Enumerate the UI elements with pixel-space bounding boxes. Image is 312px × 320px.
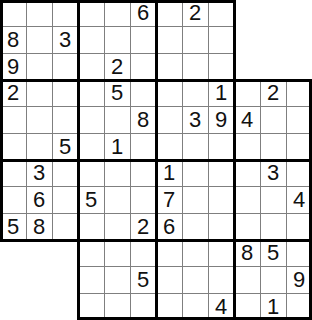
cell-r11c12[interactable]: 9 xyxy=(286,267,312,294)
cell-r9c3[interactable] xyxy=(52,213,78,240)
void-area xyxy=(234,27,260,54)
void-area xyxy=(52,240,78,267)
cell-r12c11[interactable]: 1 xyxy=(260,293,286,320)
cell-r10c5[interactable] xyxy=(104,240,130,267)
cell-r6c12[interactable] xyxy=(286,133,312,160)
cell-r2c4[interactable] xyxy=(78,27,104,54)
cell-r6c10[interactable] xyxy=(234,133,260,160)
void-area xyxy=(234,0,260,27)
cell-r7c9[interactable] xyxy=(208,160,234,187)
cell-r8c1[interactable] xyxy=(0,187,26,214)
cell-r10c9[interactable] xyxy=(208,240,234,267)
cell-r7c3[interactable] xyxy=(52,160,78,187)
cell-r1c9[interactable] xyxy=(208,0,234,27)
cell-r5c12[interactable] xyxy=(286,107,312,134)
cell-r1c2[interactable] xyxy=(26,0,52,27)
cell-r3c5[interactable]: 2 xyxy=(104,53,130,80)
cell-r10c8[interactable] xyxy=(182,240,208,267)
cell-r9c1[interactable]: 5 xyxy=(0,213,26,240)
void-area xyxy=(286,0,312,27)
cell-r5c4[interactable] xyxy=(78,107,104,134)
cell-r9c6[interactable]: 2 xyxy=(130,213,156,240)
cell-r12c12[interactable] xyxy=(286,293,312,320)
cell-r6c9[interactable] xyxy=(208,133,234,160)
cell-r11c4[interactable] xyxy=(78,267,104,294)
cell-r2c5[interactable] xyxy=(104,27,130,54)
cell-r2c6[interactable] xyxy=(130,27,156,54)
cell-r10c7[interactable] xyxy=(156,240,182,267)
cell-r8c9[interactable] xyxy=(208,187,234,214)
cell-r5c10[interactable]: 4 xyxy=(234,107,260,134)
void-area xyxy=(52,267,78,294)
cell-r12c6[interactable] xyxy=(130,293,156,320)
cell-r11c8[interactable] xyxy=(182,267,208,294)
cell-r9c4[interactable] xyxy=(78,213,104,240)
cell-r12c7[interactable] xyxy=(156,293,182,320)
cell-r1c7[interactable] xyxy=(156,0,182,27)
cell-r7c10[interactable] xyxy=(234,160,260,187)
cell-r4c1[interactable]: 2 xyxy=(0,80,26,107)
void-area xyxy=(26,240,52,267)
cell-r9c8[interactable] xyxy=(182,213,208,240)
cell-r10c4[interactable] xyxy=(78,240,104,267)
cell-r4c12[interactable] xyxy=(286,80,312,107)
cell-r12c4[interactable] xyxy=(78,293,104,320)
cell-r5c5[interactable] xyxy=(104,107,130,134)
cell-r7c5[interactable] xyxy=(104,160,130,187)
cell-r11c7[interactable] xyxy=(156,267,182,294)
cell-r6c6[interactable] xyxy=(130,133,156,160)
void-area xyxy=(0,240,26,267)
cell-grid: 628392251283945131365745826855941 xyxy=(0,0,312,320)
cell-r10c10[interactable]: 8 xyxy=(234,240,260,267)
cell-r3c6[interactable] xyxy=(130,53,156,80)
cell-r4c4[interactable] xyxy=(78,80,104,107)
void-area xyxy=(260,53,286,80)
cell-r6c11[interactable] xyxy=(260,133,286,160)
cell-r8c5[interactable] xyxy=(104,187,130,214)
cell-r3c9[interactable] xyxy=(208,53,234,80)
cell-r10c12[interactable] xyxy=(286,240,312,267)
cell-r12c5[interactable] xyxy=(104,293,130,320)
cell-r7c7[interactable]: 1 xyxy=(156,160,182,187)
void-area xyxy=(286,27,312,54)
void-area xyxy=(26,267,52,294)
cell-r9c7[interactable]: 6 xyxy=(156,213,182,240)
cell-r8c6[interactable] xyxy=(130,187,156,214)
cell-r11c5[interactable] xyxy=(104,267,130,294)
cell-r7c1[interactable] xyxy=(0,160,26,187)
cell-r5c7[interactable] xyxy=(156,107,182,134)
cell-r11c9[interactable] xyxy=(208,267,234,294)
cell-r6c1[interactable] xyxy=(0,133,26,160)
cell-r8c12[interactable]: 4 xyxy=(286,187,312,214)
cell-r4c5[interactable]: 5 xyxy=(104,80,130,107)
cell-r4c11[interactable]: 2 xyxy=(260,80,286,107)
cell-r8c8[interactable] xyxy=(182,187,208,214)
cell-r5c9[interactable]: 9 xyxy=(208,107,234,134)
cell-r1c3[interactable] xyxy=(52,0,78,27)
cell-r1c8[interactable]: 2 xyxy=(182,0,208,27)
cell-r4c6[interactable] xyxy=(130,80,156,107)
cell-r3c2[interactable] xyxy=(26,53,52,80)
cell-r5c3[interactable] xyxy=(52,107,78,134)
cell-r7c8[interactable] xyxy=(182,160,208,187)
cell-r6c5[interactable]: 1 xyxy=(104,133,130,160)
cell-r12c10[interactable] xyxy=(234,293,260,320)
cell-r6c7[interactable] xyxy=(156,133,182,160)
cell-r9c10[interactable] xyxy=(234,213,260,240)
cell-r4c7[interactable] xyxy=(156,80,182,107)
cell-r7c6[interactable] xyxy=(130,160,156,187)
cell-r3c8[interactable] xyxy=(182,53,208,80)
cell-r12c9[interactable]: 4 xyxy=(208,293,234,320)
cell-r1c1[interactable] xyxy=(0,0,26,27)
void-area xyxy=(52,293,78,320)
cell-r4c2[interactable] xyxy=(26,80,52,107)
cell-r12c8[interactable] xyxy=(182,293,208,320)
cell-r7c12[interactable] xyxy=(286,160,312,187)
cell-r6c4[interactable] xyxy=(78,133,104,160)
void-area xyxy=(26,293,52,320)
cell-r9c11[interactable] xyxy=(260,213,286,240)
cell-r8c4[interactable]: 5 xyxy=(78,187,104,214)
void-area xyxy=(234,53,260,80)
cell-r6c3[interactable]: 5 xyxy=(52,133,78,160)
cell-r6c8[interactable] xyxy=(182,133,208,160)
cell-r1c4[interactable] xyxy=(78,0,104,27)
cell-r2c2[interactable] xyxy=(26,27,52,54)
cell-r7c2[interactable]: 3 xyxy=(26,160,52,187)
cell-r4c3[interactable] xyxy=(52,80,78,107)
cell-r2c8[interactable] xyxy=(182,27,208,54)
cell-r5c1[interactable] xyxy=(0,107,26,134)
void-area xyxy=(260,0,286,27)
void-area xyxy=(0,293,26,320)
cell-r5c8[interactable]: 3 xyxy=(182,107,208,134)
cell-r11c6[interactable]: 5 xyxy=(130,267,156,294)
cell-r2c9[interactable] xyxy=(208,27,234,54)
cell-r10c11[interactable]: 5 xyxy=(260,240,286,267)
void-area xyxy=(286,53,312,80)
cell-r3c1[interactable]: 9 xyxy=(0,53,26,80)
void-area xyxy=(260,27,286,54)
cell-r11c10[interactable] xyxy=(234,267,260,294)
cell-r10c6[interactable] xyxy=(130,240,156,267)
cell-r11c11[interactable] xyxy=(260,267,286,294)
cell-r4c9[interactable]: 1 xyxy=(208,80,234,107)
cell-r2c7[interactable] xyxy=(156,27,182,54)
cell-r5c11[interactable] xyxy=(260,107,286,134)
cell-r2c3[interactable]: 3 xyxy=(52,27,78,54)
cell-r9c2[interactable]: 8 xyxy=(26,213,52,240)
cell-r3c3[interactable] xyxy=(52,53,78,80)
cell-r4c8[interactable] xyxy=(182,80,208,107)
void-area xyxy=(0,267,26,294)
cell-r8c2[interactable]: 6 xyxy=(26,187,52,214)
cell-r3c7[interactable] xyxy=(156,53,182,80)
cell-r6c2[interactable] xyxy=(26,133,52,160)
twodoku-board: 628392251283945131365745826855941 xyxy=(0,0,312,320)
cell-r9c12[interactable] xyxy=(286,213,312,240)
cell-r9c9[interactable] xyxy=(208,213,234,240)
cell-r5c2[interactable] xyxy=(26,107,52,134)
cell-r8c11[interactable] xyxy=(260,187,286,214)
cell-r2c1[interactable]: 8 xyxy=(0,27,26,54)
cell-r7c4[interactable] xyxy=(78,160,104,187)
cell-r7c11[interactable]: 3 xyxy=(260,160,286,187)
cell-r8c10[interactable] xyxy=(234,187,260,214)
cell-r5c6[interactable]: 8 xyxy=(130,107,156,134)
cell-r4c10[interactable] xyxy=(234,80,260,107)
cell-r8c3[interactable] xyxy=(52,187,78,214)
cell-r3c4[interactable] xyxy=(78,53,104,80)
cell-r1c6[interactable]: 6 xyxy=(130,0,156,27)
cell-r8c7[interactable]: 7 xyxy=(156,187,182,214)
cell-r1c5[interactable] xyxy=(104,0,130,27)
cell-r9c5[interactable] xyxy=(104,213,130,240)
